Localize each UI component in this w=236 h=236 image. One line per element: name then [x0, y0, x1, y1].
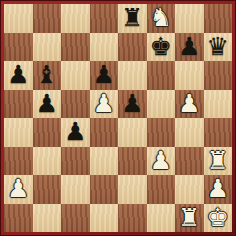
white-rook-h3[interactable]: ♜ [204, 147, 233, 176]
black-pawn-b5[interactable]: ♟ [33, 90, 62, 119]
square-g8[interactable] [175, 4, 204, 33]
square-h7[interactable]: ♛ [204, 33, 233, 62]
square-b6[interactable]: ♝ [33, 61, 62, 90]
square-d2[interactable] [90, 175, 119, 204]
white-knight-f8[interactable]: ♞ [147, 4, 176, 33]
chess-board: ♜♞♚♟♛♟♝♟♟♟♟♟♟♟♜♟♟♜♚ [4, 4, 232, 232]
square-f3[interactable]: ♟ [147, 147, 176, 176]
square-f5[interactable] [147, 90, 176, 119]
square-g6[interactable] [175, 61, 204, 90]
square-c5[interactable] [61, 90, 90, 119]
square-h8[interactable] [204, 4, 233, 33]
square-h4[interactable] [204, 118, 233, 147]
square-b8[interactable] [33, 4, 62, 33]
square-h2[interactable]: ♟ [204, 175, 233, 204]
square-e6[interactable] [118, 61, 147, 90]
square-c3[interactable] [61, 147, 90, 176]
square-b7[interactable] [33, 33, 62, 62]
square-b2[interactable] [33, 175, 62, 204]
square-a1[interactable] [4, 204, 33, 233]
board-frame: ♜♞♚♟♛♟♝♟♟♟♟♟♟♟♜♟♟♜♚ [0, 0, 236, 236]
square-d5[interactable]: ♟ [90, 90, 119, 119]
square-a5[interactable] [4, 90, 33, 119]
square-f8[interactable]: ♞ [147, 4, 176, 33]
black-pawn-c4[interactable]: ♟ [61, 118, 90, 147]
square-a2[interactable]: ♟ [4, 175, 33, 204]
square-g1[interactable]: ♜ [175, 204, 204, 233]
black-pawn-d6[interactable]: ♟ [90, 61, 119, 90]
square-g3[interactable] [175, 147, 204, 176]
square-b4[interactable] [33, 118, 62, 147]
square-e4[interactable] [118, 118, 147, 147]
square-g7[interactable]: ♟ [175, 33, 204, 62]
black-rook-e8[interactable]: ♜ [118, 4, 147, 33]
square-h3[interactable]: ♜ [204, 147, 233, 176]
square-e5[interactable]: ♟ [118, 90, 147, 119]
square-g5[interactable]: ♟ [175, 90, 204, 119]
white-pawn-h2[interactable]: ♟ [204, 175, 233, 204]
white-king-h1[interactable]: ♚ [204, 204, 233, 233]
square-h6[interactable] [204, 61, 233, 90]
black-pawn-e5[interactable]: ♟ [118, 90, 147, 119]
square-h5[interactable] [204, 90, 233, 119]
square-a7[interactable] [4, 33, 33, 62]
white-rook-g1[interactable]: ♜ [175, 204, 204, 233]
square-a4[interactable] [4, 118, 33, 147]
square-f1[interactable] [147, 204, 176, 233]
white-pawn-d5[interactable]: ♟ [90, 90, 119, 119]
black-king-f7[interactable]: ♚ [147, 33, 176, 62]
square-c6[interactable] [61, 61, 90, 90]
square-f6[interactable] [147, 61, 176, 90]
square-e2[interactable] [118, 175, 147, 204]
square-c1[interactable] [61, 204, 90, 233]
square-d8[interactable] [90, 4, 119, 33]
square-b3[interactable] [33, 147, 62, 176]
square-d6[interactable]: ♟ [90, 61, 119, 90]
square-f7[interactable]: ♚ [147, 33, 176, 62]
square-e1[interactable] [118, 204, 147, 233]
square-b1[interactable] [33, 204, 62, 233]
black-pawn-g7[interactable]: ♟ [175, 33, 204, 62]
square-b5[interactable]: ♟ [33, 90, 62, 119]
square-f4[interactable] [147, 118, 176, 147]
square-e8[interactable]: ♜ [118, 4, 147, 33]
square-d7[interactable] [90, 33, 119, 62]
black-bishop-b6[interactable]: ♝ [33, 61, 62, 90]
square-d1[interactable] [90, 204, 119, 233]
square-d4[interactable] [90, 118, 119, 147]
square-e7[interactable] [118, 33, 147, 62]
square-g4[interactable] [175, 118, 204, 147]
square-g2[interactable] [175, 175, 204, 204]
white-pawn-a2[interactable]: ♟ [4, 175, 33, 204]
square-e3[interactable] [118, 147, 147, 176]
square-a3[interactable] [4, 147, 33, 176]
square-c8[interactable] [61, 4, 90, 33]
square-a6[interactable]: ♟ [4, 61, 33, 90]
square-d3[interactable] [90, 147, 119, 176]
black-queen-h7[interactable]: ♛ [204, 33, 233, 62]
white-pawn-g5[interactable]: ♟ [175, 90, 204, 119]
black-pawn-a6[interactable]: ♟ [4, 61, 33, 90]
square-h1[interactable]: ♚ [204, 204, 233, 233]
square-c7[interactable] [61, 33, 90, 62]
square-a8[interactable] [4, 4, 33, 33]
square-c2[interactable] [61, 175, 90, 204]
white-pawn-f3[interactable]: ♟ [147, 147, 176, 176]
square-c4[interactable]: ♟ [61, 118, 90, 147]
square-f2[interactable] [147, 175, 176, 204]
